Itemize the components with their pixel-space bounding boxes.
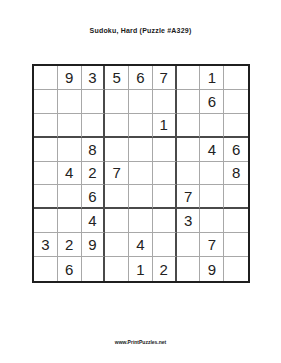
cell-r4c3: 8 (82, 138, 106, 162)
cell-r6c7: 7 (177, 185, 201, 209)
cell-r4c6 (153, 138, 177, 162)
cell-r2c6 (153, 90, 177, 114)
page-title: Sudoku, Hard (Puzzle #A329) (0, 27, 281, 34)
cell-r3c6: 1 (153, 114, 177, 138)
cell-r1c4: 5 (105, 66, 129, 90)
cell-r5c8 (200, 162, 224, 186)
sudoku-board: 9356716184642786743329476129 (32, 64, 250, 283)
cell-r7c9 (224, 209, 248, 233)
cell-r7c4 (105, 209, 129, 233)
cell-r6c9 (224, 185, 248, 209)
cell-r3c8 (200, 114, 224, 138)
cell-r8c8: 7 (200, 233, 224, 257)
puzzle-page: Sudoku, Hard (Puzzle #A329) 935671618464… (0, 0, 281, 363)
cell-r4c1 (34, 138, 58, 162)
cell-r7c6 (153, 209, 177, 233)
cell-r2c2 (58, 90, 82, 114)
cell-r6c4 (105, 185, 129, 209)
cell-r1c5: 6 (129, 66, 153, 90)
cell-r9c2: 6 (58, 257, 82, 281)
cell-r5c3: 2 (82, 162, 106, 186)
cell-r9c9 (224, 257, 248, 281)
cell-r2c7 (177, 90, 201, 114)
cell-r7c8 (200, 209, 224, 233)
cell-r4c7 (177, 138, 201, 162)
cell-r2c1 (34, 90, 58, 114)
footer-url: www.PrintPuzzles.net (0, 339, 281, 345)
cell-r1c3: 3 (82, 66, 106, 90)
cell-r3c2 (58, 114, 82, 138)
cell-r5c2: 4 (58, 162, 82, 186)
cell-r7c1 (34, 209, 58, 233)
cell-r8c3: 9 (82, 233, 106, 257)
cell-r9c7 (177, 257, 201, 281)
cell-r1c7 (177, 66, 201, 90)
cell-r2c9 (224, 90, 248, 114)
cell-r8c9 (224, 233, 248, 257)
cell-r6c2 (58, 185, 82, 209)
cell-r4c2 (58, 138, 82, 162)
cell-r3c9 (224, 114, 248, 138)
cell-r2c4 (105, 90, 129, 114)
cell-r4c5 (129, 138, 153, 162)
cell-r7c5 (129, 209, 153, 233)
cell-r6c3: 6 (82, 185, 106, 209)
cell-r5c5 (129, 162, 153, 186)
cell-r3c3 (82, 114, 106, 138)
cell-r5c6 (153, 162, 177, 186)
cell-r8c5: 4 (129, 233, 153, 257)
cell-r6c6 (153, 185, 177, 209)
cell-r1c9 (224, 66, 248, 90)
cell-r4c9: 6 (224, 138, 248, 162)
cell-r8c7 (177, 233, 201, 257)
cell-r3c7 (177, 114, 201, 138)
cell-r6c8 (200, 185, 224, 209)
cell-r4c8: 4 (200, 138, 224, 162)
cell-r6c1 (34, 185, 58, 209)
cell-r7c7: 3 (177, 209, 201, 233)
cell-r2c3 (82, 90, 106, 114)
cell-r5c7 (177, 162, 201, 186)
cell-r8c2: 2 (58, 233, 82, 257)
cell-r9c3 (82, 257, 106, 281)
cell-r6c5 (129, 185, 153, 209)
cell-r7c2 (58, 209, 82, 233)
cell-r9c4 (105, 257, 129, 281)
cell-r9c5: 1 (129, 257, 153, 281)
cell-r7c3: 4 (82, 209, 106, 233)
cell-r9c8: 9 (200, 257, 224, 281)
cell-r3c1 (34, 114, 58, 138)
cell-r8c1: 3 (34, 233, 58, 257)
cell-r4c4 (105, 138, 129, 162)
cell-r9c1 (34, 257, 58, 281)
cell-r3c4 (105, 114, 129, 138)
cell-r5c4: 7 (105, 162, 129, 186)
cell-r9c6: 2 (153, 257, 177, 281)
cell-r5c9: 8 (224, 162, 248, 186)
cell-r2c8: 6 (200, 90, 224, 114)
cell-r5c1 (34, 162, 58, 186)
cell-r1c6: 7 (153, 66, 177, 90)
cell-r1c1 (34, 66, 58, 90)
cell-r8c6 (153, 233, 177, 257)
cell-r2c5 (129, 90, 153, 114)
cell-r1c8: 1 (200, 66, 224, 90)
cell-r1c2: 9 (58, 66, 82, 90)
cell-r3c5 (129, 114, 153, 138)
cell-r8c4 (105, 233, 129, 257)
